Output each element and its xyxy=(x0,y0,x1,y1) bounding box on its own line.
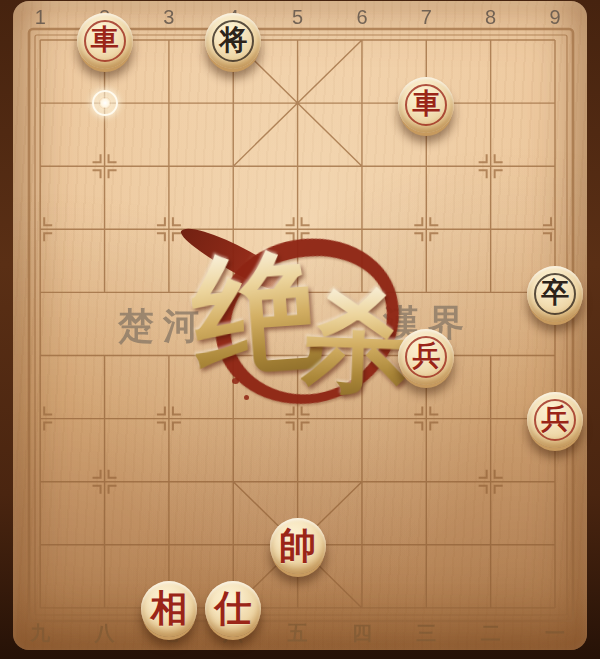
piece-glyph: 帥 xyxy=(279,527,316,564)
board-intersection[interactable] xyxy=(201,261,265,324)
piece-red-soldier[interactable]: 兵 xyxy=(527,392,583,448)
piece-red-chariot[interactable]: 車 xyxy=(398,77,454,133)
board-intersection[interactable] xyxy=(137,8,201,71)
board-intersection[interactable] xyxy=(8,72,72,135)
board-intersection[interactable] xyxy=(458,513,522,576)
board-intersection[interactable] xyxy=(330,513,394,576)
board-intersection[interactable] xyxy=(137,387,201,450)
board-intersection[interactable] xyxy=(201,513,265,576)
board-intersection[interactable] xyxy=(394,450,458,513)
piece-red-soldier[interactable]: 兵 xyxy=(398,329,454,385)
piece-red-chariot[interactable]: 車 xyxy=(77,13,133,69)
board-intersection[interactable] xyxy=(523,513,587,576)
board-intersection[interactable] xyxy=(394,135,458,198)
board-intersection[interactable] xyxy=(330,387,394,450)
board-intersection[interactable] xyxy=(458,576,522,639)
board-intersection[interactable] xyxy=(137,198,201,261)
board-intersection[interactable] xyxy=(201,324,265,387)
board-intersection[interactable] xyxy=(265,8,329,71)
board-intersection[interactable] xyxy=(265,576,329,639)
board-intersection[interactable] xyxy=(72,576,136,639)
piece-black-soldier[interactable]: 卒 xyxy=(527,266,583,322)
board-intersection[interactable] xyxy=(265,387,329,450)
app-background: 123456789九八七六五四三二一 楚河 漢界 绝 杀 車将車卒兵兵帥相仕 xyxy=(0,0,600,659)
piece-red-elephant[interactable]: 相 xyxy=(141,581,197,637)
piece-glyph: 兵 xyxy=(541,405,569,433)
board-intersection[interactable] xyxy=(458,72,522,135)
board-intersection[interactable] xyxy=(72,450,136,513)
board-intersection[interactable] xyxy=(394,513,458,576)
board-intersection[interactable] xyxy=(394,576,458,639)
board-intersection[interactable] xyxy=(137,72,201,135)
piece-glyph: 将 xyxy=(219,26,247,54)
board-intersection[interactable] xyxy=(330,450,394,513)
board-intersection[interactable] xyxy=(394,261,458,324)
board-intersection[interactable] xyxy=(394,387,458,450)
board-intersection[interactable] xyxy=(137,261,201,324)
xiangqi-board[interactable]: 123456789九八七六五四三二一 楚河 漢界 绝 杀 車将車卒兵兵帥相仕 xyxy=(13,1,587,650)
board-intersection[interactable] xyxy=(8,450,72,513)
board-intersection[interactable] xyxy=(523,135,587,198)
board-intersection[interactable] xyxy=(523,72,587,135)
board-intersection[interactable] xyxy=(8,513,72,576)
board-intersection[interactable] xyxy=(8,261,72,324)
board-intersection[interactable] xyxy=(330,198,394,261)
board-intersection[interactable] xyxy=(137,135,201,198)
piece-glyph: 車 xyxy=(412,90,440,118)
piece-glyph: 車 xyxy=(91,26,119,54)
board-intersection[interactable] xyxy=(8,387,72,450)
board-intersection[interactable] xyxy=(265,324,329,387)
board-intersection[interactable] xyxy=(201,450,265,513)
board-intersection[interactable] xyxy=(330,72,394,135)
board-intersection[interactable] xyxy=(72,72,136,135)
board-intersection[interactable] xyxy=(394,8,458,71)
board-intersection[interactable] xyxy=(137,513,201,576)
piece-red-general[interactable]: 帥 xyxy=(270,518,326,574)
board-intersection[interactable] xyxy=(137,450,201,513)
piece-glyph: 兵 xyxy=(412,342,440,370)
board-intersection[interactable] xyxy=(458,261,522,324)
board-intersection[interactable] xyxy=(394,198,458,261)
board-intersection[interactable] xyxy=(72,387,136,450)
board-intersection[interactable] xyxy=(458,324,522,387)
board-intersection[interactable] xyxy=(201,198,265,261)
board-intersection[interactable] xyxy=(8,324,72,387)
board-intersection[interactable] xyxy=(458,198,522,261)
board-intersection[interactable] xyxy=(458,450,522,513)
board-intersection[interactable] xyxy=(265,135,329,198)
board-intersection[interactable] xyxy=(523,8,587,71)
board-intersection[interactable] xyxy=(523,450,587,513)
board-intersection[interactable] xyxy=(330,8,394,71)
board-intersection[interactable] xyxy=(523,324,587,387)
board-intersection[interactable] xyxy=(72,261,136,324)
board-intersection[interactable] xyxy=(265,198,329,261)
board-intersection[interactable] xyxy=(201,135,265,198)
piece-glyph: 相 xyxy=(150,590,187,627)
piece-glyph: 仕 xyxy=(215,590,252,627)
board-intersection[interactable] xyxy=(72,135,136,198)
board-intersection[interactable] xyxy=(137,324,201,387)
board-intersection[interactable] xyxy=(201,387,265,450)
piece-glyph: 卒 xyxy=(541,279,569,307)
board-grid: 車将車卒兵兵帥相仕 xyxy=(8,8,587,639)
board-intersection[interactable] xyxy=(330,324,394,387)
board-intersection[interactable] xyxy=(330,576,394,639)
board-intersection[interactable] xyxy=(8,135,72,198)
board-intersection[interactable] xyxy=(458,135,522,198)
board-intersection[interactable] xyxy=(265,72,329,135)
board-intersection[interactable] xyxy=(201,72,265,135)
board-intersection[interactable] xyxy=(72,198,136,261)
board-intersection[interactable] xyxy=(8,198,72,261)
board-intersection[interactable] xyxy=(265,450,329,513)
board-intersection[interactable] xyxy=(458,8,522,71)
board-intersection[interactable] xyxy=(72,324,136,387)
board-intersection[interactable] xyxy=(265,261,329,324)
board-intersection[interactable] xyxy=(523,576,587,639)
board-intersection[interactable] xyxy=(330,135,394,198)
board-intersection[interactable] xyxy=(72,513,136,576)
board-intersection[interactable] xyxy=(330,261,394,324)
board-intersection[interactable] xyxy=(458,387,522,450)
board-intersection[interactable] xyxy=(8,8,72,71)
board-intersection[interactable] xyxy=(8,576,72,639)
board-intersection[interactable] xyxy=(523,198,587,261)
